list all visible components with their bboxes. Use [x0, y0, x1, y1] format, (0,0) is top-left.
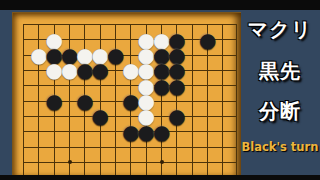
black-stone: ●: [168, 106, 185, 126]
board-intersection[interactable]: [108, 124, 123, 139]
board-intersection[interactable]: [185, 17, 200, 32]
board-intersection[interactable]: [93, 139, 108, 154]
board-intersection[interactable]: [185, 124, 200, 139]
board-intersection[interactable]: [62, 155, 77, 170]
board-intersection[interactable]: [200, 78, 215, 93]
board-intersection[interactable]: [16, 47, 31, 62]
board-intersection[interactable]: [185, 139, 200, 154]
board-intersection[interactable]: [62, 17, 77, 32]
board-intersection[interactable]: ●: [31, 47, 46, 62]
board-intersection[interactable]: [31, 17, 46, 32]
board-intersection[interactable]: ●: [139, 124, 154, 139]
board-intersection[interactable]: [16, 32, 31, 47]
content-band: ●●●●●●●●●●●●●●●●●●●●●●●●●●●●●●●●●●● マクリ …: [0, 10, 320, 175]
board-intersection[interactable]: [215, 124, 230, 139]
board-intersection[interactable]: [108, 78, 123, 93]
black-stone: ●: [92, 106, 109, 126]
board-intersection[interactable]: [215, 47, 230, 62]
board-intersection[interactable]: [77, 155, 92, 170]
board-intersection[interactable]: ●: [123, 124, 138, 139]
board-intersection[interactable]: [215, 32, 230, 47]
caption-goal-label: 分断: [240, 98, 320, 125]
board-intersection[interactable]: [16, 93, 31, 108]
board-intersection[interactable]: ●: [200, 32, 215, 47]
board-intersection[interactable]: [47, 139, 62, 154]
board-intersection[interactable]: ●: [123, 63, 138, 78]
board-intersection[interactable]: ●: [108, 47, 123, 62]
board-intersection[interactable]: [200, 63, 215, 78]
board-intersection[interactable]: [77, 17, 92, 32]
board-intersection[interactable]: [93, 155, 108, 170]
board-intersection[interactable]: ●: [93, 63, 108, 78]
caption-panel: マクリ 黒先 分断 Black's turn: [240, 10, 320, 175]
board-intersection[interactable]: [47, 124, 62, 139]
board-intersection[interactable]: [123, 32, 138, 47]
board-intersection[interactable]: [185, 155, 200, 170]
board-intersection[interactable]: [123, 17, 138, 32]
board-intersection[interactable]: [200, 155, 215, 170]
board-intersection[interactable]: [77, 124, 92, 139]
board-intersection[interactable]: [185, 63, 200, 78]
board-intersection[interactable]: [215, 155, 230, 170]
board-intersection[interactable]: [185, 78, 200, 93]
board-intersection[interactable]: [200, 139, 215, 154]
board-intersection[interactable]: [31, 124, 46, 139]
board-intersection[interactable]: [154, 155, 169, 170]
board-intersection[interactable]: [215, 78, 230, 93]
board-intersection[interactable]: [62, 139, 77, 154]
caption-technique-label: マクリ: [240, 16, 320, 43]
board-intersection[interactable]: [31, 139, 46, 154]
letterbox-top: [0, 0, 320, 10]
board-intersection[interactable]: [215, 17, 230, 32]
board-intersection[interactable]: [47, 155, 62, 170]
board-intersection[interactable]: [62, 93, 77, 108]
caption-black-first-label: 黒先: [240, 58, 320, 85]
black-stone: ●: [92, 60, 109, 80]
board-intersection[interactable]: [123, 155, 138, 170]
board-intersection[interactable]: [16, 17, 31, 32]
letterbox-bottom: [0, 175, 320, 180]
board-intersection[interactable]: [108, 155, 123, 170]
board-intersection[interactable]: [200, 124, 215, 139]
board-intersection[interactable]: [185, 47, 200, 62]
board-intersection[interactable]: ●: [154, 78, 169, 93]
black-stone: ●: [153, 121, 170, 141]
board-intersection[interactable]: [139, 155, 154, 170]
video-frame: ●●●●●●●●●●●●●●●●●●●●●●●●●●●●●●●●●●● マクリ …: [0, 0, 320, 180]
board-intersection[interactable]: ●: [47, 63, 62, 78]
board-intersection[interactable]: [108, 17, 123, 32]
black-stone: ●: [199, 29, 216, 49]
go-board: ●●●●●●●●●●●●●●●●●●●●●●●●●●●●●●●●●●●: [12, 12, 241, 176]
board-intersection[interactable]: ●: [123, 93, 138, 108]
turn-indicator: Black's turn: [240, 140, 320, 154]
board-intersection[interactable]: ●: [154, 124, 169, 139]
board-intersection[interactable]: [77, 139, 92, 154]
board-intersection[interactable]: [93, 17, 108, 32]
board-intersection[interactable]: ●: [62, 63, 77, 78]
board-intersection[interactable]: [108, 93, 123, 108]
board-intersection[interactable]: [16, 155, 31, 170]
board-intersection[interactable]: [108, 139, 123, 154]
board-intersection[interactable]: [31, 78, 46, 93]
board-intersection[interactable]: [215, 139, 230, 154]
board-intersection[interactable]: [62, 124, 77, 139]
board-intersection[interactable]: [108, 109, 123, 124]
board-intersection[interactable]: [200, 93, 215, 108]
board-intersection[interactable]: [31, 93, 46, 108]
board-intersection[interactable]: ●: [93, 109, 108, 124]
board-intersection[interactable]: [200, 109, 215, 124]
board-intersection[interactable]: [16, 124, 31, 139]
board-intersection[interactable]: [215, 93, 230, 108]
black-stone: ●: [168, 75, 185, 95]
board-intersection[interactable]: [62, 109, 77, 124]
board-intersection[interactable]: ●: [77, 63, 92, 78]
black-stone: ●: [46, 90, 63, 110]
board-stones-grid: ●●●●●●●●●●●●●●●●●●●●●●●●●●●●●●●●●●●: [16, 17, 241, 176]
board-intersection[interactable]: [185, 93, 200, 108]
board-intersection[interactable]: [31, 155, 46, 170]
board-intersection[interactable]: [16, 63, 31, 78]
board-intersection[interactable]: ●: [169, 78, 184, 93]
board-intersection[interactable]: ●: [47, 93, 62, 108]
board-intersection[interactable]: [31, 109, 46, 124]
board-intersection[interactable]: [185, 32, 200, 47]
board-intersection[interactable]: [169, 139, 184, 154]
board-intersection[interactable]: [215, 109, 230, 124]
board-intersection[interactable]: [185, 109, 200, 124]
board-intersection[interactable]: [16, 78, 31, 93]
board-intersection[interactable]: ●: [169, 109, 184, 124]
board-intersection[interactable]: [16, 139, 31, 154]
board-intersection[interactable]: [16, 109, 31, 124]
board-intersection[interactable]: ●: [77, 93, 92, 108]
board-intersection[interactable]: [169, 155, 184, 170]
board-intersection[interactable]: [215, 63, 230, 78]
